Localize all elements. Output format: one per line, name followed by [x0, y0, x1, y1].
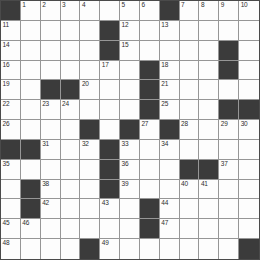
- black-cell: [100, 160, 120, 180]
- grid-cell[interactable]: [219, 80, 239, 100]
- clue-number: 24: [62, 100, 69, 108]
- grid-cell[interactable]: 7: [180, 1, 200, 21]
- grid-cell[interactable]: [239, 80, 259, 100]
- grid-cell[interactable]: [80, 21, 100, 41]
- black-cell: [1, 1, 21, 21]
- grid-cell[interactable]: [180, 21, 200, 41]
- grid-cell[interactable]: 23: [41, 100, 61, 120]
- grid-cell[interactable]: 6: [140, 1, 160, 21]
- grid-cell[interactable]: [160, 239, 180, 259]
- grid-cell[interactable]: 4: [80, 1, 100, 21]
- grid-cell[interactable]: 30: [239, 120, 259, 140]
- grid-cell[interactable]: 15: [120, 41, 140, 61]
- grid-cell[interactable]: 20: [80, 80, 100, 100]
- grid-cell[interactable]: 2: [41, 1, 61, 21]
- grid-cell[interactable]: [61, 140, 81, 160]
- black-cell: [100, 41, 120, 61]
- black-cell: [1, 140, 21, 160]
- grid-cell[interactable]: 42: [41, 199, 61, 219]
- grid-cell[interactable]: [21, 120, 41, 140]
- grid-cell[interactable]: [61, 239, 81, 259]
- grid-cell[interactable]: 31: [41, 140, 61, 160]
- clue-number: 1: [22, 1, 25, 9]
- grid-cell[interactable]: 16: [1, 61, 21, 81]
- grid-cell[interactable]: [199, 41, 219, 61]
- clue-number: 15: [122, 41, 129, 49]
- clue-number: 40: [181, 180, 188, 188]
- black-cell: [239, 239, 259, 259]
- grid-cell[interactable]: [120, 219, 140, 239]
- grid-cell[interactable]: [21, 61, 41, 81]
- black-cell: [100, 21, 120, 41]
- grid-cell[interactable]: [239, 199, 259, 219]
- clue-number: 45: [3, 219, 10, 227]
- grid-cell[interactable]: [199, 100, 219, 120]
- grid-cell[interactable]: [41, 219, 61, 239]
- grid-cell[interactable]: [180, 199, 200, 219]
- grid-cell[interactable]: [61, 41, 81, 61]
- black-cell: [140, 100, 160, 120]
- grid-cell[interactable]: [219, 21, 239, 41]
- grid-cell[interactable]: [160, 180, 180, 200]
- grid-cell[interactable]: [21, 160, 41, 180]
- grid-cell[interactable]: 38: [41, 180, 61, 200]
- black-cell: [61, 80, 81, 100]
- grid-cell[interactable]: 8: [199, 1, 219, 21]
- grid-cell[interactable]: 17: [100, 61, 120, 81]
- black-cell: [140, 61, 160, 81]
- grid-cell[interactable]: [120, 239, 140, 259]
- grid-cell[interactable]: [61, 180, 81, 200]
- black-cell: [21, 199, 41, 219]
- grid-cell[interactable]: 25: [160, 100, 180, 120]
- grid-cell[interactable]: [239, 160, 259, 180]
- black-cell: [140, 219, 160, 239]
- clue-number: 18: [161, 61, 168, 69]
- clue-number: 32: [82, 140, 89, 148]
- grid-cell[interactable]: [61, 199, 81, 219]
- grid-cell[interactable]: [140, 180, 160, 200]
- grid-cell[interactable]: 14: [1, 41, 21, 61]
- grid-cell[interactable]: [80, 160, 100, 180]
- grid-cell[interactable]: 47: [160, 219, 180, 239]
- clue-number: 14: [3, 41, 10, 49]
- clue-number: 30: [241, 120, 248, 128]
- clue-number: 39: [122, 180, 129, 188]
- grid-cell[interactable]: [120, 61, 140, 81]
- clue-number: 4: [82, 1, 85, 9]
- clue-number: 43: [102, 199, 109, 207]
- grid-cell[interactable]: [1, 180, 21, 200]
- clue-number: 37: [221, 160, 228, 168]
- grid-cell[interactable]: [180, 219, 200, 239]
- grid-cell[interactable]: [239, 219, 259, 239]
- grid-cell[interactable]: [100, 120, 120, 140]
- clue-number: 44: [161, 199, 168, 207]
- clue-number: 41: [201, 180, 208, 188]
- clue-number: 33: [122, 140, 129, 148]
- clue-number: 21: [161, 80, 168, 88]
- grid-cell[interactable]: [219, 219, 239, 239]
- grid-cell[interactable]: [21, 239, 41, 259]
- grid-cell[interactable]: [219, 180, 239, 200]
- grid-cell[interactable]: [80, 100, 100, 120]
- grid-cell[interactable]: [160, 160, 180, 180]
- grid-cell[interactable]: 41: [199, 180, 219, 200]
- grid-cell[interactable]: [239, 61, 259, 81]
- clue-number: 10: [241, 1, 248, 9]
- grid-cell[interactable]: 11: [1, 21, 21, 41]
- grid-cell[interactable]: 37: [219, 160, 239, 180]
- crossword-grid: 1234567891011121314151617181920212223242…: [0, 0, 260, 260]
- black-cell: [180, 160, 200, 180]
- grid-cell[interactable]: [199, 140, 219, 160]
- grid-cell[interactable]: 36: [120, 160, 140, 180]
- grid-cell[interactable]: [199, 239, 219, 259]
- black-cell: [100, 140, 120, 160]
- grid-cell[interactable]: 46: [21, 219, 41, 239]
- black-cell: [80, 239, 100, 259]
- clue-number: 22: [3, 100, 10, 108]
- black-cell: [21, 180, 41, 200]
- clue-number: 29: [221, 120, 228, 128]
- grid-cell[interactable]: [80, 219, 100, 239]
- grid-cell[interactable]: 22: [1, 100, 21, 120]
- clue-number: 49: [102, 239, 109, 247]
- grid-cell[interactable]: 33: [120, 140, 140, 160]
- clue-number: 34: [161, 140, 168, 148]
- grid-cell[interactable]: [180, 140, 200, 160]
- grid-cell[interactable]: 21: [160, 80, 180, 100]
- grid-cell[interactable]: [100, 80, 120, 100]
- black-cell: [120, 120, 140, 140]
- grid-cell[interactable]: [140, 21, 160, 41]
- grid-cell[interactable]: 10: [239, 1, 259, 21]
- black-cell: [41, 80, 61, 100]
- clue-number: 19: [3, 80, 10, 88]
- grid-cell[interactable]: [21, 21, 41, 41]
- grid-cell[interactable]: [41, 120, 61, 140]
- clue-number: 46: [22, 219, 29, 227]
- clue-number: 5: [122, 1, 125, 9]
- grid-cell[interactable]: [80, 61, 100, 81]
- grid-cell[interactable]: 27: [140, 120, 160, 140]
- grid-cell[interactable]: [199, 199, 219, 219]
- grid-cell[interactable]: 24: [61, 100, 81, 120]
- grid-cell[interactable]: 18: [160, 61, 180, 81]
- clue-number: 35: [3, 160, 10, 168]
- grid-cell[interactable]: [41, 41, 61, 61]
- grid-cell[interactable]: [21, 41, 41, 61]
- black-cell: [140, 199, 160, 219]
- grid-cell[interactable]: [140, 41, 160, 61]
- grid-cell[interactable]: 49: [100, 239, 120, 259]
- clue-number: 27: [141, 120, 148, 128]
- grid-cell[interactable]: [239, 21, 259, 41]
- clue-number: 36: [122, 160, 129, 168]
- grid-cell[interactable]: 43: [100, 199, 120, 219]
- grid-cell[interactable]: [120, 80, 140, 100]
- grid-cell[interactable]: [61, 21, 81, 41]
- grid-cell[interactable]: [199, 61, 219, 81]
- grid-cell[interactable]: [180, 41, 200, 61]
- grid-cell[interactable]: 5: [120, 1, 140, 21]
- clue-number: 26: [3, 120, 10, 128]
- grid-cell[interactable]: 3: [61, 1, 81, 21]
- black-cell: [140, 80, 160, 100]
- clue-number: 28: [181, 120, 188, 128]
- black-cell: [219, 100, 239, 120]
- clue-number: 7: [181, 1, 184, 9]
- grid-cell[interactable]: [180, 80, 200, 100]
- grid-cell[interactable]: [180, 61, 200, 81]
- grid-cell[interactable]: [61, 120, 81, 140]
- grid-cell[interactable]: [61, 61, 81, 81]
- grid-cell[interactable]: 45: [1, 219, 21, 239]
- grid-cell[interactable]: [160, 41, 180, 61]
- grid-cell[interactable]: [140, 239, 160, 259]
- grid-cell[interactable]: [41, 160, 61, 180]
- grid-cell[interactable]: [80, 41, 100, 61]
- clue-number: 25: [161, 100, 168, 108]
- clue-number: 3: [62, 1, 65, 9]
- grid-cell[interactable]: [41, 239, 61, 259]
- clue-number: 6: [141, 1, 144, 9]
- grid-cell[interactable]: [180, 100, 200, 120]
- grid-cell[interactable]: 48: [1, 239, 21, 259]
- black-cell: [160, 1, 180, 21]
- grid-cell[interactable]: [21, 100, 41, 120]
- grid-cell[interactable]: [199, 80, 219, 100]
- grid-cell[interactable]: [140, 160, 160, 180]
- clue-number: 42: [42, 199, 49, 207]
- grid-cell[interactable]: 13: [160, 21, 180, 41]
- grid-cell[interactable]: [219, 199, 239, 219]
- grid-cell[interactable]: [199, 21, 219, 41]
- clue-number: 13: [161, 21, 168, 29]
- clue-number: 31: [42, 140, 49, 148]
- grid-cell[interactable]: 35: [1, 160, 21, 180]
- grid-cell[interactable]: [120, 100, 140, 120]
- grid-cell[interactable]: [80, 180, 100, 200]
- clue-number: 23: [42, 100, 49, 108]
- grid-cell[interactable]: 28: [180, 120, 200, 140]
- clue-number: 38: [42, 180, 49, 188]
- grid-cell[interactable]: [219, 140, 239, 160]
- black-cell: [199, 160, 219, 180]
- grid-cell[interactable]: 19: [1, 80, 21, 100]
- grid-cell[interactable]: [61, 219, 81, 239]
- grid-cell[interactable]: [41, 21, 61, 41]
- clue-number: 9: [221, 1, 224, 9]
- grid-cell[interactable]: [140, 140, 160, 160]
- grid-cell[interactable]: 44: [160, 199, 180, 219]
- grid-cell[interactable]: [199, 120, 219, 140]
- grid-cell[interactable]: 34: [160, 140, 180, 160]
- black-cell: [160, 120, 180, 140]
- clue-number: 48: [3, 239, 10, 247]
- clue-number: 11: [3, 21, 9, 29]
- grid-cell[interactable]: [61, 160, 81, 180]
- grid-cell[interactable]: 40: [180, 180, 200, 200]
- grid-cell[interactable]: [219, 239, 239, 259]
- grid-cell[interactable]: 39: [120, 180, 140, 200]
- grid-cell[interactable]: 12: [120, 21, 140, 41]
- black-cell: [100, 180, 120, 200]
- grid-cell[interactable]: [239, 41, 259, 61]
- grid-cell[interactable]: [100, 100, 120, 120]
- clue-number: 12: [122, 21, 129, 29]
- grid-cell[interactable]: [1, 199, 21, 219]
- clue-number: 47: [161, 219, 168, 227]
- grid-cell[interactable]: [41, 61, 61, 81]
- grid-cell[interactable]: [120, 199, 140, 219]
- grid-cell[interactable]: [199, 219, 219, 239]
- grid-cell[interactable]: [100, 1, 120, 21]
- grid-cell[interactable]: 32: [80, 140, 100, 160]
- grid-cell[interactable]: 1: [21, 1, 41, 21]
- black-cell: [80, 120, 100, 140]
- clue-number: 20: [82, 80, 89, 88]
- clue-number: 17: [102, 61, 109, 69]
- grid-cell[interactable]: [21, 80, 41, 100]
- clue-number: 8: [201, 1, 204, 9]
- grid-cell[interactable]: 29: [219, 120, 239, 140]
- clue-number: 2: [42, 1, 45, 9]
- grid-cell[interactable]: [100, 219, 120, 239]
- black-cell: [239, 100, 259, 120]
- grid-cell[interactable]: [80, 199, 100, 219]
- grid-cell[interactable]: [239, 180, 259, 200]
- clue-number: 16: [3, 61, 10, 69]
- grid-cell[interactable]: [180, 239, 200, 259]
- grid-cell[interactable]: 26: [1, 120, 21, 140]
- black-cell: [21, 140, 41, 160]
- grid-cell[interactable]: [239, 140, 259, 160]
- black-cell: [219, 61, 239, 81]
- grid-cell[interactable]: 9: [219, 1, 239, 21]
- black-cell: [219, 41, 239, 61]
